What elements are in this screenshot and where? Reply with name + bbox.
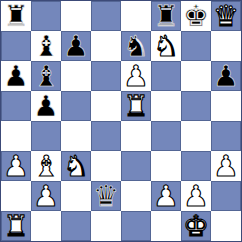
square-d7[interactable] — [91, 31, 121, 61]
black-king: ♚ — [183, 1, 209, 31]
black-pawn: ♟ — [33, 91, 59, 121]
black-pawn: ♟ — [3, 61, 29, 91]
white-pawn: ♟ — [213, 151, 239, 181]
square-c2[interactable] — [61, 181, 91, 211]
square-e7[interactable]: ♞ — [121, 31, 151, 61]
square-g8[interactable]: ♚ — [181, 1, 211, 31]
white-pawn: ♟ — [183, 181, 209, 211]
square-d1[interactable] — [91, 211, 121, 241]
square-c4[interactable] — [61, 121, 91, 151]
square-a3[interactable]: ♟ — [1, 151, 31, 181]
square-f5[interactable] — [151, 91, 181, 121]
square-e5[interactable]: ♜ — [121, 91, 151, 121]
square-c8[interactable] — [61, 1, 91, 31]
square-a7[interactable] — [1, 31, 31, 61]
square-b6[interactable]: ♝ — [31, 61, 61, 91]
white-knight: ♞ — [63, 151, 89, 181]
black-rook: ♜ — [153, 1, 179, 31]
square-h4[interactable] — [211, 121, 241, 151]
square-d3[interactable] — [91, 151, 121, 181]
square-g2[interactable]: ♟ — [181, 181, 211, 211]
square-c3[interactable]: ♞ — [61, 151, 91, 181]
square-d8[interactable] — [91, 1, 121, 31]
square-c1[interactable] — [61, 211, 91, 241]
white-pawn: ♟ — [3, 151, 29, 181]
square-g3[interactable] — [181, 151, 211, 181]
black-bishop: ♝ — [33, 31, 59, 61]
square-h3[interactable]: ♟ — [211, 151, 241, 181]
white-king: ♚ — [183, 211, 209, 241]
square-a8[interactable]: ♜ — [1, 1, 31, 31]
square-b4[interactable] — [31, 121, 61, 151]
square-f4[interactable] — [151, 121, 181, 151]
square-g4[interactable] — [181, 121, 211, 151]
white-pawn: ♟ — [33, 181, 59, 211]
black-knight: ♞ — [123, 31, 149, 61]
square-a1[interactable]: ♜ — [1, 211, 31, 241]
square-e8[interactable] — [121, 1, 151, 31]
square-b5[interactable]: ♟ — [31, 91, 61, 121]
white-pawn: ♟ — [153, 181, 179, 211]
square-f3[interactable] — [151, 151, 181, 181]
black-pawn: ♟ — [63, 31, 89, 61]
square-d6[interactable] — [91, 61, 121, 91]
square-b7[interactable]: ♝ — [31, 31, 61, 61]
square-g6[interactable] — [181, 61, 211, 91]
white-rook: ♜ — [123, 91, 149, 121]
square-e4[interactable] — [121, 121, 151, 151]
square-g1[interactable]: ♚ — [181, 211, 211, 241]
square-f6[interactable] — [151, 61, 181, 91]
white-knight: ♞ — [153, 31, 179, 61]
square-h8[interactable]: ♛ — [211, 1, 241, 31]
white-pawn: ♟ — [123, 61, 149, 91]
square-c5[interactable] — [61, 91, 91, 121]
square-a6[interactable]: ♟ — [1, 61, 31, 91]
square-d5[interactable] — [91, 91, 121, 121]
square-c7[interactable]: ♟ — [61, 31, 91, 61]
chess-board-wrap: ♜♜♚♛♝♟♞♞♟♝♟♟♟♜♟♝♞♟♟♛♟♟♜♚ — [0, 0, 242, 242]
square-a2[interactable] — [1, 181, 31, 211]
chess-board: ♜♜♚♛♝♟♞♞♟♝♟♟♟♜♟♝♞♟♟♛♟♟♜♚ — [0, 0, 242, 242]
square-e2[interactable] — [121, 181, 151, 211]
square-g5[interactable] — [181, 91, 211, 121]
square-b1[interactable] — [31, 211, 61, 241]
square-f7[interactable]: ♞ — [151, 31, 181, 61]
white-queen: ♛ — [213, 1, 239, 31]
square-h5[interactable] — [211, 91, 241, 121]
black-pawn: ♟ — [213, 61, 239, 91]
square-f8[interactable]: ♜ — [151, 1, 181, 31]
square-f1[interactable] — [151, 211, 181, 241]
square-h1[interactable] — [211, 211, 241, 241]
square-b2[interactable]: ♟ — [31, 181, 61, 211]
square-a5[interactable] — [1, 91, 31, 121]
square-g7[interactable] — [181, 31, 211, 61]
square-h7[interactable] — [211, 31, 241, 61]
square-e3[interactable] — [121, 151, 151, 181]
square-b8[interactable] — [31, 1, 61, 31]
square-f2[interactable]: ♟ — [151, 181, 181, 211]
black-queen: ♛ — [93, 181, 119, 211]
square-c6[interactable] — [61, 61, 91, 91]
square-b3[interactable]: ♝ — [31, 151, 61, 181]
square-d2[interactable]: ♛ — [91, 181, 121, 211]
square-h2[interactable] — [211, 181, 241, 211]
square-d4[interactable] — [91, 121, 121, 151]
white-bishop: ♝ — [33, 151, 59, 181]
square-e1[interactable] — [121, 211, 151, 241]
square-h6[interactable]: ♟ — [211, 61, 241, 91]
square-a4[interactable] — [1, 121, 31, 151]
black-bishop: ♝ — [33, 61, 59, 91]
square-e6[interactable]: ♟ — [121, 61, 151, 91]
white-rook: ♜ — [3, 211, 29, 241]
black-rook: ♜ — [3, 1, 29, 31]
